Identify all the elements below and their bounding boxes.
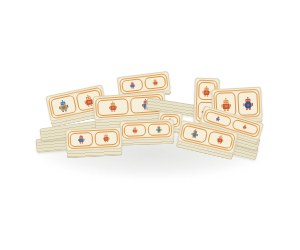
domino-frame bbox=[122, 121, 173, 139]
product-photo-wooden-dominoes bbox=[0, 0, 300, 250]
red-robot-figure bbox=[124, 124, 146, 137]
domino-face bbox=[120, 119, 175, 141]
multi-robot-figure bbox=[50, 94, 77, 117]
red-robot-figure bbox=[94, 131, 118, 146]
blue-robot-figure bbox=[121, 78, 143, 92]
tile-chain-1 bbox=[65, 127, 122, 159]
teal-robot-figure bbox=[148, 123, 170, 136]
red-robot-figure bbox=[97, 98, 129, 116]
red-robot-figure bbox=[207, 130, 234, 149]
navy-robot-figure bbox=[237, 91, 258, 116]
teal-robot-figure bbox=[182, 125, 209, 144]
domino-face bbox=[65, 127, 122, 152]
blue-robot-figure bbox=[69, 132, 93, 147]
red-robot-figure bbox=[144, 75, 166, 89]
tile-chain-2 bbox=[120, 119, 175, 146]
domino-frame bbox=[67, 129, 120, 150]
